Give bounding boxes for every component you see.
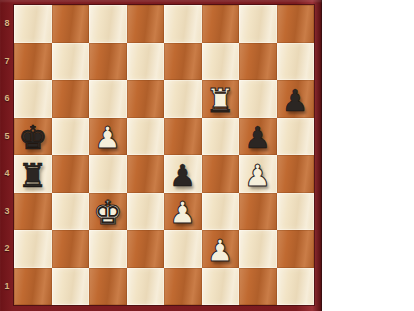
square-b1[interactable] [52,268,90,306]
square-h5[interactable] [277,118,315,156]
square-f6[interactable]: ♜ [202,80,240,118]
page: 87654321 ♜♟♚♟♟♜♟♟♚♟♟ abcdefgh [0,0,414,311]
square-b3[interactable] [52,193,90,231]
square-d6[interactable] [127,80,165,118]
square-f4[interactable] [202,155,240,193]
square-f5[interactable] [202,118,240,156]
square-d3[interactable] [127,193,165,231]
square-f3[interactable] [202,193,240,231]
square-a8[interactable] [14,5,52,43]
square-g4[interactable]: ♟ [239,155,277,193]
square-g6[interactable] [239,80,277,118]
square-e4[interactable]: ♟ [164,155,202,193]
rank-label-3: 3 [0,193,14,231]
rank-label-6: 6 [0,80,14,118]
rank-label-8: 8 [0,5,14,43]
square-a7[interactable] [14,43,52,81]
square-d1[interactable] [127,268,165,306]
chess-board-frame: 87654321 ♜♟♚♟♟♜♟♟♚♟♟ abcdefgh [0,0,322,311]
square-d2[interactable] [127,230,165,268]
square-a3[interactable] [14,193,52,231]
square-b2[interactable] [52,230,90,268]
rank-label-5: 5 [0,118,14,156]
white-pawn: ♟ [202,236,240,266]
square-c6[interactable] [89,80,127,118]
square-a1[interactable] [14,268,52,306]
square-b4[interactable] [52,155,90,193]
square-d4[interactable] [127,155,165,193]
black-rook: ♜ [14,159,52,192]
square-f7[interactable] [202,43,240,81]
square-e1[interactable] [164,268,202,306]
square-a4[interactable]: ♜ [14,155,52,193]
white-rook: ♜ [202,84,240,117]
square-b7[interactable] [52,43,90,81]
square-e2[interactable] [164,230,202,268]
rank-labels: 87654321 [0,5,14,305]
black-pawn: ♟ [239,123,277,153]
black-king: ♚ [14,121,52,154]
square-h7[interactable] [277,43,315,81]
square-h2[interactable] [277,230,315,268]
square-h6[interactable]: ♟ [277,80,315,118]
square-g7[interactable] [239,43,277,81]
square-e5[interactable] [164,118,202,156]
square-c2[interactable] [89,230,127,268]
square-f8[interactable] [202,5,240,43]
square-b8[interactable] [52,5,90,43]
file-labels: abcdefgh [14,305,314,311]
white-pawn: ♟ [239,161,277,191]
square-d8[interactable] [127,5,165,43]
square-e8[interactable] [164,5,202,43]
square-c4[interactable] [89,155,127,193]
rank-label-1: 1 [0,268,14,306]
square-b6[interactable] [52,80,90,118]
square-h1[interactable] [277,268,315,306]
square-h8[interactable] [277,5,315,43]
square-c5[interactable]: ♟ [89,118,127,156]
rank-label-4: 4 [0,155,14,193]
white-pawn: ♟ [164,198,202,228]
black-pawn: ♟ [164,161,202,191]
square-d5[interactable] [127,118,165,156]
square-g3[interactable] [239,193,277,231]
square-f2[interactable]: ♟ [202,230,240,268]
square-g2[interactable] [239,230,277,268]
square-h3[interactable] [277,193,315,231]
square-g8[interactable] [239,5,277,43]
square-e7[interactable] [164,43,202,81]
white-pawn: ♟ [89,123,127,153]
square-g5[interactable]: ♟ [239,118,277,156]
square-d7[interactable] [127,43,165,81]
square-e6[interactable] [164,80,202,118]
square-a2[interactable] [14,230,52,268]
square-g1[interactable] [239,268,277,306]
square-c3[interactable]: ♚ [89,193,127,231]
square-c7[interactable] [89,43,127,81]
square-a6[interactable] [14,80,52,118]
rank-label-2: 2 [0,230,14,268]
square-c8[interactable] [89,5,127,43]
square-b5[interactable] [52,118,90,156]
square-c1[interactable] [89,268,127,306]
white-king: ♚ [89,196,127,229]
square-a5[interactable]: ♚ [14,118,52,156]
black-pawn: ♟ [277,86,315,116]
board: ♜♟♚♟♟♜♟♟♚♟♟ [14,5,314,305]
rank-label-7: 7 [0,43,14,81]
square-f1[interactable] [202,268,240,306]
square-e3[interactable]: ♟ [164,193,202,231]
square-h4[interactable] [277,155,315,193]
